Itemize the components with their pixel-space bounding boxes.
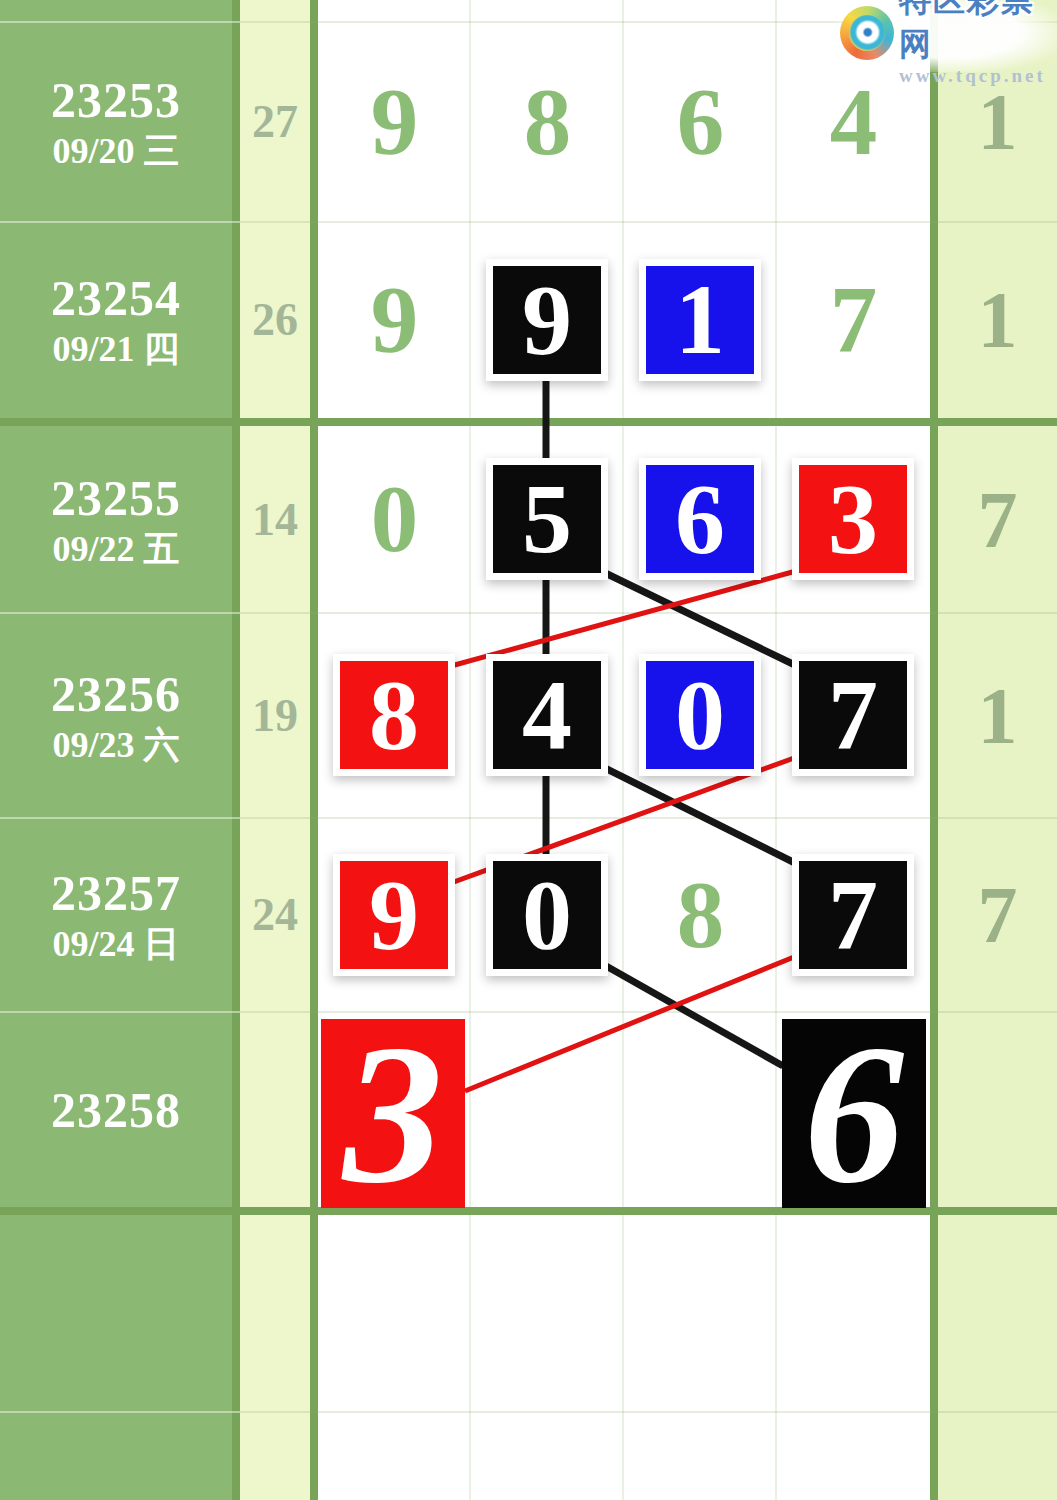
number-box-black: 9: [486, 259, 608, 381]
number-box-black: 7: [792, 854, 914, 976]
count-value: 26: [240, 222, 310, 418]
draw-label: 23254 09/21 四: [0, 222, 232, 418]
site-name: 特区彩票网: [899, 0, 1057, 67]
digit-cell: 0: [318, 426, 471, 613]
site-logo: 特区彩票网 www.tqcp.net: [840, 0, 1057, 66]
box-digit: 3: [799, 465, 907, 573]
box-digit: 4: [493, 661, 601, 769]
box-digit: 0: [646, 661, 754, 769]
site-url: www.tqcp.net: [899, 65, 1057, 87]
box-digit: 8: [340, 661, 448, 769]
box-digit: 6: [646, 465, 754, 573]
digit-cell: 9: [318, 222, 471, 418]
tail-value: 7: [938, 818, 1057, 1012]
draw-date: 09/24 日: [52, 926, 179, 962]
swirl-logo-icon: [840, 6, 894, 60]
draw-label: 23257 09/24 日: [0, 818, 232, 1012]
draw-label: 23258: [0, 1012, 232, 1207]
issue-number: 23258: [51, 1085, 181, 1135]
draw-label: 23256 09/23 六: [0, 613, 232, 818]
logo-text: 特区彩票网 www.tqcp.net: [899, 0, 1057, 87]
number-box-black: 7: [792, 654, 914, 776]
count-value: 14: [240, 426, 310, 613]
draw-date: 09/22 五: [52, 531, 179, 567]
box-digit: 9: [340, 861, 448, 969]
number-box-red: 3: [792, 458, 914, 580]
digit-cell: 6: [624, 22, 777, 222]
digit-cell: 8: [624, 818, 777, 1012]
number-box-blue: 0: [639, 654, 761, 776]
tail-value: 1: [938, 613, 1057, 818]
issue-number: 23255: [51, 473, 181, 523]
digit-cell: 7: [777, 222, 930, 418]
box-digit: 7: [799, 861, 907, 969]
lottery-trend-chart: 23253 09/20 三 23254 09/21 四 23255 09/22 …: [0, 0, 1057, 1500]
number-box-black: 5: [486, 458, 608, 580]
box-digit: 9: [493, 266, 601, 374]
number-box-red: 8: [333, 654, 455, 776]
count-value: 27: [240, 22, 310, 222]
issue-number: 23254: [51, 273, 181, 323]
draw-label: 23253 09/20 三: [0, 22, 232, 222]
box-digit: 0: [493, 861, 601, 969]
latest-number-box-red: 3: [321, 1019, 465, 1208]
box-digit: 1: [646, 266, 754, 374]
draw-label: 23255 09/22 五: [0, 426, 232, 613]
count-value: 19: [240, 613, 310, 818]
number-box-black: 0: [486, 854, 608, 976]
number-box-blue: 1: [639, 259, 761, 381]
tail-value: 7: [938, 426, 1057, 613]
number-box-black: 4: [486, 654, 608, 776]
digit-cell: 9: [318, 22, 471, 222]
issue-number: 23256: [51, 669, 181, 719]
issue-number: 23253: [51, 75, 181, 125]
number-box-blue: 6: [639, 458, 761, 580]
latest-number-box-black: 6: [782, 1019, 926, 1208]
issue-number: 23257: [51, 868, 181, 918]
digit-cell: 8: [471, 22, 624, 222]
draw-date: 09/21 四: [52, 331, 179, 367]
draw-date: 09/23 六: [52, 727, 179, 763]
tail-value: 1: [938, 222, 1057, 418]
box-digit: 7: [799, 661, 907, 769]
count-value: 24: [240, 818, 310, 1012]
number-box-red: 9: [333, 854, 455, 976]
draw-date: 09/20 三: [52, 133, 179, 169]
box-digit: 5: [493, 465, 601, 573]
